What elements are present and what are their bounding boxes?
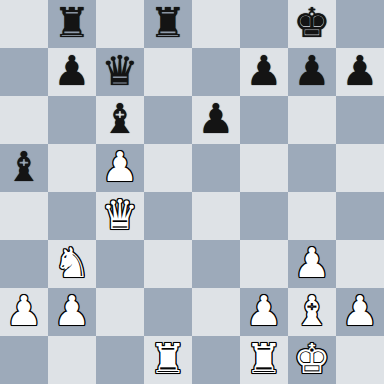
- square-f3[interactable]: [240, 240, 288, 288]
- piece-white-pawn[interactable]: ♟: [102, 144, 139, 191]
- square-b1[interactable]: [48, 336, 96, 384]
- square-c2[interactable]: [96, 288, 144, 336]
- square-g7[interactable]: ♟: [288, 48, 336, 96]
- square-g4[interactable]: [288, 192, 336, 240]
- square-h3[interactable]: [336, 240, 384, 288]
- square-e5[interactable]: [192, 144, 240, 192]
- piece-black-pawn[interactable]: ♟: [246, 48, 283, 95]
- square-f7[interactable]: ♟: [240, 48, 288, 96]
- square-e6[interactable]: ♟: [192, 96, 240, 144]
- piece-white-pawn[interactable]: ♟: [6, 288, 43, 335]
- square-d1[interactable]: ♜: [144, 336, 192, 384]
- square-a8[interactable]: [0, 0, 48, 48]
- square-e1[interactable]: [192, 336, 240, 384]
- piece-black-bishop[interactable]: ♝: [102, 96, 139, 143]
- square-a7[interactable]: [0, 48, 48, 96]
- square-d4[interactable]: [144, 192, 192, 240]
- square-d8[interactable]: ♜: [144, 0, 192, 48]
- square-c3[interactable]: [96, 240, 144, 288]
- piece-white-knight[interactable]: ♞: [54, 240, 91, 287]
- square-b5[interactable]: [48, 144, 96, 192]
- square-c4[interactable]: ♛: [96, 192, 144, 240]
- square-g3[interactable]: ♟: [288, 240, 336, 288]
- piece-black-pawn[interactable]: ♟: [342, 48, 379, 95]
- square-c6[interactable]: ♝: [96, 96, 144, 144]
- piece-white-queen[interactable]: ♛: [102, 192, 139, 239]
- square-a6[interactable]: [0, 96, 48, 144]
- square-f5[interactable]: [240, 144, 288, 192]
- square-g8[interactable]: ♚: [288, 0, 336, 48]
- piece-black-rook[interactable]: ♜: [54, 0, 91, 47]
- square-f6[interactable]: [240, 96, 288, 144]
- square-b3[interactable]: ♞: [48, 240, 96, 288]
- piece-white-pawn[interactable]: ♟: [294, 240, 331, 287]
- square-d3[interactable]: [144, 240, 192, 288]
- piece-white-pawn[interactable]: ♟: [342, 288, 379, 335]
- piece-black-bishop[interactable]: ♝: [6, 144, 43, 191]
- square-a4[interactable]: [0, 192, 48, 240]
- square-e7[interactable]: [192, 48, 240, 96]
- square-e4[interactable]: [192, 192, 240, 240]
- square-a5[interactable]: ♝: [0, 144, 48, 192]
- piece-black-pawn[interactable]: ♟: [54, 48, 91, 95]
- square-d2[interactable]: [144, 288, 192, 336]
- piece-black-queen[interactable]: ♛: [102, 48, 139, 95]
- square-h8[interactable]: [336, 0, 384, 48]
- square-b6[interactable]: [48, 96, 96, 144]
- piece-black-king[interactable]: ♚: [294, 0, 331, 47]
- square-c1[interactable]: [96, 336, 144, 384]
- square-a2[interactable]: ♟: [0, 288, 48, 336]
- square-c5[interactable]: ♟: [96, 144, 144, 192]
- piece-black-pawn[interactable]: ♟: [294, 48, 331, 95]
- piece-white-rook[interactable]: ♜: [246, 336, 283, 383]
- square-f1[interactable]: ♜: [240, 336, 288, 384]
- square-a3[interactable]: [0, 240, 48, 288]
- square-h6[interactable]: [336, 96, 384, 144]
- square-g1[interactable]: ♚: [288, 336, 336, 384]
- square-d5[interactable]: [144, 144, 192, 192]
- square-h5[interactable]: [336, 144, 384, 192]
- square-e8[interactable]: [192, 0, 240, 48]
- square-a1[interactable]: [0, 336, 48, 384]
- square-d7[interactable]: [144, 48, 192, 96]
- square-f8[interactable]: [240, 0, 288, 48]
- piece-white-pawn[interactable]: ♟: [54, 288, 91, 335]
- square-h4[interactable]: [336, 192, 384, 240]
- piece-white-rook[interactable]: ♜: [150, 336, 187, 383]
- square-h1[interactable]: [336, 336, 384, 384]
- piece-white-pawn[interactable]: ♟: [246, 288, 283, 335]
- square-g5[interactable]: [288, 144, 336, 192]
- square-e2[interactable]: [192, 288, 240, 336]
- square-e3[interactable]: [192, 240, 240, 288]
- square-f2[interactable]: ♟: [240, 288, 288, 336]
- square-b7[interactable]: ♟: [48, 48, 96, 96]
- square-b2[interactable]: ♟: [48, 288, 96, 336]
- square-c8[interactable]: [96, 0, 144, 48]
- piece-white-king[interactable]: ♚: [294, 336, 331, 383]
- square-h2[interactable]: ♟: [336, 288, 384, 336]
- square-f4[interactable]: [240, 192, 288, 240]
- piece-black-pawn[interactable]: ♟: [198, 96, 235, 143]
- square-g2[interactable]: ♝: [288, 288, 336, 336]
- square-h7[interactable]: ♟: [336, 48, 384, 96]
- square-g6[interactable]: [288, 96, 336, 144]
- square-b8[interactable]: ♜: [48, 0, 96, 48]
- piece-white-bishop[interactable]: ♝: [294, 288, 331, 335]
- piece-black-rook[interactable]: ♜: [150, 0, 187, 47]
- square-b4[interactable]: [48, 192, 96, 240]
- square-d6[interactable]: [144, 96, 192, 144]
- square-c7[interactable]: ♛: [96, 48, 144, 96]
- chess-board: ♜♜♚♟♛♟♟♟♝♟♝♟♛♞♟♟♟♟♝♟♜♜♚: [0, 0, 384, 384]
